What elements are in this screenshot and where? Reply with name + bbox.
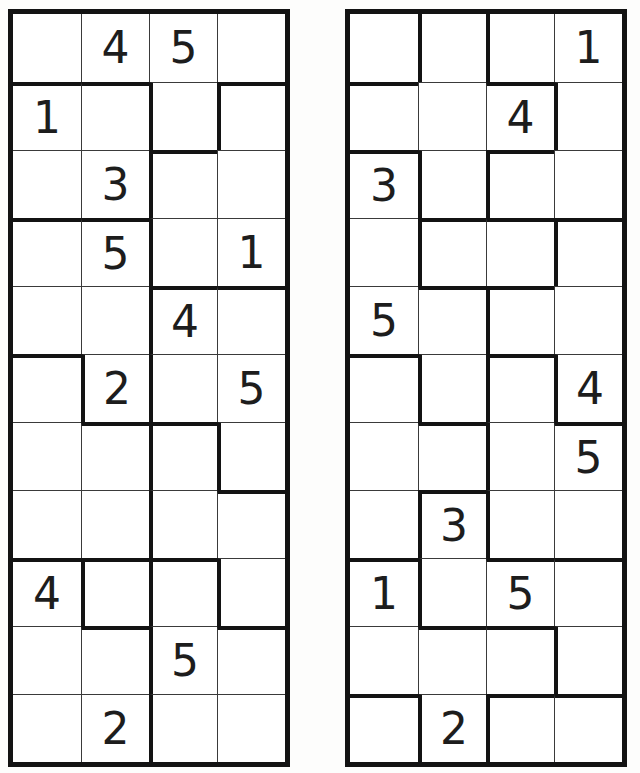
grid-cell-right-r6-c1[interactable] (350, 354, 418, 422)
grid-cell-right-r4-c3[interactable] (486, 218, 554, 286)
given-digit: 1 (238, 231, 266, 275)
given-digit: 3 (102, 163, 130, 207)
grid-cell-right-r9-c1[interactable]: 1 (350, 558, 418, 626)
grid-cell-right-r3-c4[interactable] (554, 150, 622, 218)
grid-cell-left-r3-c3[interactable] (149, 150, 217, 218)
given-digit: 2 (102, 707, 130, 751)
grid-cell-left-r2-c4[interactable] (217, 82, 285, 150)
grid-cell-left-r7-c4[interactable] (217, 422, 285, 490)
grid-cell-left-r10-c3[interactable]: 5 (149, 626, 217, 694)
grid-cell-right-r1-c2[interactable] (418, 14, 486, 82)
grid-cell-right-r4-c4[interactable] (554, 218, 622, 286)
grid-cell-left-r7-c1[interactable] (13, 422, 81, 490)
grid-cell-right-r11-c1[interactable] (350, 694, 418, 762)
grid-cell-right-r4-c1[interactable] (350, 218, 418, 286)
grid-cell-left-r4-c3[interactable] (149, 218, 217, 286)
grid-cell-left-r1-c3[interactable]: 5 (149, 14, 217, 82)
grid-cell-right-r8-c1[interactable] (350, 490, 418, 558)
grid-cell-left-r2-c3[interactable] (149, 82, 217, 150)
grid-cell-right-r7-c2[interactable] (418, 422, 486, 490)
grid-cell-right-r10-c2[interactable] (418, 626, 486, 694)
left-puzzle-grid: 451351425452 (8, 9, 290, 767)
grid-cell-left-r9-c4[interactable] (217, 558, 285, 626)
grid-cell-left-r10-c1[interactable] (13, 626, 81, 694)
grid-cell-right-r2-c4[interactable] (554, 82, 622, 150)
grid-cell-left-r9-c1[interactable]: 4 (13, 558, 81, 626)
grid-cell-right-r7-c4[interactable]: 5 (554, 422, 622, 490)
grid-cell-left-r10-c4[interactable] (217, 626, 285, 694)
grid-cell-right-r3-c3[interactable] (486, 150, 554, 218)
grid-cell-left-r7-c2[interactable] (81, 422, 149, 490)
grid-cell-left-r8-c4[interactable] (217, 490, 285, 558)
grid-cell-left-r1-c1[interactable] (13, 14, 81, 82)
grid-cell-left-r9-c3[interactable] (149, 558, 217, 626)
grid-cell-left-r11-c2[interactable]: 2 (81, 694, 149, 762)
grid-cell-right-r5-c2[interactable] (418, 286, 486, 354)
grid-cell-right-r8-c4[interactable] (554, 490, 622, 558)
grid-cell-right-r5-c1[interactable]: 5 (350, 286, 418, 354)
grid-cell-left-r5-c1[interactable] (13, 286, 81, 354)
grid-cell-left-r5-c2[interactable] (81, 286, 149, 354)
grid-cell-right-r4-c2[interactable] (418, 218, 486, 286)
grid-cell-left-r11-c1[interactable] (13, 694, 81, 762)
grid-cell-right-r8-c3[interactable] (486, 490, 554, 558)
given-digit: 4 (507, 96, 535, 140)
grid-cell-right-r9-c4[interactable] (554, 558, 622, 626)
grid-cell-right-r10-c3[interactable] (486, 626, 554, 694)
given-digit: 1 (33, 96, 61, 140)
grid-cell-left-r1-c2[interactable]: 4 (81, 14, 149, 82)
grid-cell-left-r5-c3[interactable]: 4 (149, 286, 217, 354)
grid-cell-left-r2-c1[interactable]: 1 (13, 82, 81, 150)
grid-cell-left-r3-c2[interactable]: 3 (81, 150, 149, 218)
grid-cell-right-r10-c4[interactable] (554, 626, 622, 694)
grid-cell-right-r6-c2[interactable] (418, 354, 486, 422)
given-digit: 4 (171, 300, 199, 344)
given-digit: 4 (576, 367, 604, 411)
grid-cell-left-r8-c1[interactable] (13, 490, 81, 558)
grid-cell-right-r1-c4[interactable]: 1 (554, 14, 622, 82)
given-digit: 5 (170, 26, 198, 70)
grid-cell-right-r2-c3[interactable]: 4 (486, 82, 554, 150)
grid-cell-left-r6-c4[interactable]: 5 (217, 354, 285, 422)
right-puzzle-grid: 1435453152 (345, 9, 627, 767)
grid-cell-left-r3-c4[interactable] (217, 150, 285, 218)
grid-cell-right-r1-c3[interactable] (486, 14, 554, 82)
given-digit: 5 (370, 299, 398, 343)
given-digit: 5 (238, 367, 266, 411)
grid-cell-left-r9-c2[interactable] (81, 558, 149, 626)
grid-cell-right-r7-c3[interactable] (486, 422, 554, 490)
grid-cell-left-r6-c2[interactable]: 2 (81, 354, 149, 422)
grid-cell-left-r4-c1[interactable] (13, 218, 81, 286)
given-digit: 4 (33, 572, 61, 616)
puzzle-page: 451351425452 1435453152 (0, 0, 640, 773)
grid-cell-right-r1-c1[interactable] (350, 14, 418, 82)
grid-cell-left-r5-c4[interactable] (217, 286, 285, 354)
grid-cell-right-r7-c1[interactable] (350, 422, 418, 490)
grid-cell-right-r2-c2[interactable] (418, 82, 486, 150)
given-digit: 5 (575, 436, 603, 480)
grid-cell-left-r11-c4[interactable] (217, 694, 285, 762)
grid-cell-right-r6-c3[interactable] (486, 354, 554, 422)
grid-cell-left-r4-c4[interactable]: 1 (217, 218, 285, 286)
given-digit: 2 (440, 707, 468, 751)
grid-cell-left-r1-c4[interactable] (217, 14, 285, 82)
given-digit: 2 (103, 367, 131, 411)
given-digit: 3 (370, 164, 398, 208)
given-digit: 1 (575, 26, 603, 70)
grid-cell-left-r4-c2[interactable]: 5 (81, 218, 149, 286)
given-digit: 5 (102, 232, 130, 276)
grid-cell-right-r8-c2[interactable]: 3 (418, 490, 486, 558)
given-digit: 3 (440, 504, 468, 548)
grid-cell-right-r3-c2[interactable] (418, 150, 486, 218)
grid-cell-left-r6-c3[interactable] (149, 354, 217, 422)
given-digit: 1 (370, 572, 398, 616)
given-digit: 4 (102, 26, 130, 70)
grid-cell-right-r3-c1[interactable]: 3 (350, 150, 418, 218)
grid-cell-right-r9-c2[interactable] (418, 558, 486, 626)
given-digit: 5 (171, 639, 199, 683)
grid-cell-right-r11-c4[interactable] (554, 694, 622, 762)
grid-cell-left-r10-c2[interactable] (81, 626, 149, 694)
grid-cell-right-r5-c4[interactable] (554, 286, 622, 354)
grid-cell-left-r3-c1[interactable] (13, 150, 81, 218)
grid-cell-left-r7-c3[interactable] (149, 422, 217, 490)
grid-cell-right-r11-c3[interactable] (486, 694, 554, 762)
grid-cell-right-r6-c4[interactable]: 4 (554, 354, 622, 422)
grid-cell-left-r6-c1[interactable] (13, 354, 81, 422)
grid-cell-left-r8-c2[interactable] (81, 490, 149, 558)
grid-cell-right-r9-c3[interactable]: 5 (486, 558, 554, 626)
given-digit: 5 (507, 572, 535, 616)
grid-cell-left-r11-c3[interactable] (149, 694, 217, 762)
grid-cell-right-r5-c3[interactable] (486, 286, 554, 354)
grid-cell-right-r2-c1[interactable] (350, 82, 418, 150)
grid-cell-right-r10-c1[interactable] (350, 626, 418, 694)
grid-cell-right-r11-c2[interactable]: 2 (418, 694, 486, 762)
grid-cell-left-r2-c2[interactable] (81, 82, 149, 150)
grid-cell-left-r8-c3[interactable] (149, 490, 217, 558)
